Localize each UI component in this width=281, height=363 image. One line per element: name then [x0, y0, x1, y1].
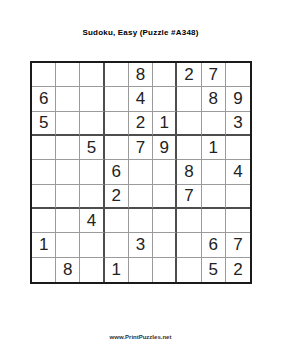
- cell-r4c8: 1: [202, 136, 226, 160]
- cell-r9c6: [153, 258, 177, 282]
- cell-r5c9: 4: [226, 160, 250, 184]
- cell-r1c8: 7: [202, 63, 226, 87]
- cell-r2c7: [177, 87, 201, 111]
- cell-r4c5: 7: [129, 136, 153, 160]
- cell-r3c1: 5: [32, 112, 56, 136]
- cell-r5c8: [202, 160, 226, 184]
- cell-r3c2: [56, 112, 80, 136]
- cell-r8c7: [177, 233, 201, 257]
- cell-r3c7: [177, 112, 201, 136]
- cell-r7c3: 4: [80, 209, 104, 233]
- cell-r1c3: [80, 63, 104, 87]
- cell-r7c1: [32, 209, 56, 233]
- cell-r2c1: 6: [32, 87, 56, 111]
- cell-r4c9: [226, 136, 250, 160]
- cell-r9c4: 1: [105, 258, 129, 282]
- cell-r1c1: [32, 63, 56, 87]
- cell-r2c8: 8: [202, 87, 226, 111]
- cell-r4c7: [177, 136, 201, 160]
- cell-r8c9: 7: [226, 233, 250, 257]
- cell-r6c7: 7: [177, 185, 201, 209]
- cell-r6c4: 2: [105, 185, 129, 209]
- cell-r5c1: [32, 160, 56, 184]
- cell-r3c8: [202, 112, 226, 136]
- cell-r3c6: 1: [153, 112, 177, 136]
- cell-r2c4: [105, 87, 129, 111]
- page: Sudoku, Easy (Puzzle #A348) 827648952135…: [0, 0, 281, 363]
- cell-r4c2: [56, 136, 80, 160]
- cell-r7c2: [56, 209, 80, 233]
- cell-r5c2: [56, 160, 80, 184]
- cell-r8c1: 1: [32, 233, 56, 257]
- cell-r7c8: [202, 209, 226, 233]
- cell-r4c3: 5: [80, 136, 104, 160]
- cell-r2c2: [56, 87, 80, 111]
- cell-r6c8: [202, 185, 226, 209]
- cell-r2c9: 9: [226, 87, 250, 111]
- cell-r5c6: [153, 160, 177, 184]
- cell-r8c4: [105, 233, 129, 257]
- cell-r9c7: [177, 258, 201, 282]
- cell-r6c1: [32, 185, 56, 209]
- cell-r9c9: 2: [226, 258, 250, 282]
- cell-r9c2: 8: [56, 258, 80, 282]
- cell-r1c5: 8: [129, 63, 153, 87]
- cell-r6c2: [56, 185, 80, 209]
- cell-r5c5: [129, 160, 153, 184]
- cell-r2c6: [153, 87, 177, 111]
- cell-r5c3: [80, 160, 104, 184]
- cell-r9c5: [129, 258, 153, 282]
- cell-r8c5: 3: [129, 233, 153, 257]
- cell-r8c3: [80, 233, 104, 257]
- cell-r8c6: [153, 233, 177, 257]
- cell-r7c4: [105, 209, 129, 233]
- sudoku-board: 82764895213579168427413678152: [30, 61, 252, 284]
- cell-r4c6: 9: [153, 136, 177, 160]
- cell-r4c4: [105, 136, 129, 160]
- puzzle-title: Sudoku, Easy (Puzzle #A348): [0, 28, 281, 37]
- cell-r2c5: 4: [129, 87, 153, 111]
- cell-r8c8: 6: [202, 233, 226, 257]
- cell-r1c4: [105, 63, 129, 87]
- cell-r5c4: 6: [105, 160, 129, 184]
- cell-r1c9: [226, 63, 250, 87]
- cell-r6c5: [129, 185, 153, 209]
- footer-url: www.PrintPuzzles.net: [0, 334, 281, 340]
- cell-r8c2: [56, 233, 80, 257]
- cell-r6c9: [226, 185, 250, 209]
- cell-r3c9: 3: [226, 112, 250, 136]
- cell-r6c3: [80, 185, 104, 209]
- cell-r1c7: 2: [177, 63, 201, 87]
- cell-r7c6: [153, 209, 177, 233]
- cell-r2c3: [80, 87, 104, 111]
- cell-r7c9: [226, 209, 250, 233]
- cell-r1c6: [153, 63, 177, 87]
- cell-r4c1: [32, 136, 56, 160]
- cell-r3c3: [80, 112, 104, 136]
- cell-r7c7: [177, 209, 201, 233]
- cell-r5c7: 8: [177, 160, 201, 184]
- cell-r3c4: [105, 112, 129, 136]
- cell-r7c5: [129, 209, 153, 233]
- cell-r9c8: 5: [202, 258, 226, 282]
- cell-r1c2: [56, 63, 80, 87]
- cell-r3c5: 2: [129, 112, 153, 136]
- cell-r6c6: [153, 185, 177, 209]
- cell-r9c1: [32, 258, 56, 282]
- cell-r9c3: [80, 258, 104, 282]
